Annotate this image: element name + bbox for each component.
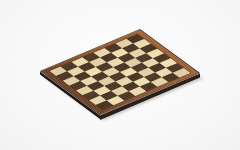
board-grid	[49, 34, 191, 111]
product-photo-scene	[0, 0, 240, 150]
chess-board	[40, 29, 200, 115]
board-frame	[40, 29, 200, 115]
